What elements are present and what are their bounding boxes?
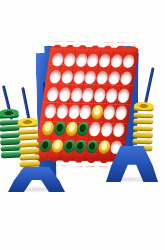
product-photo-giant-connect-four <box>0 0 165 250</box>
spare-green-disc <box>0 132 20 138</box>
empty-hole-r5c7 <box>112 123 125 137</box>
spare-yellow-disc <box>133 125 153 131</box>
empty-hole-r1c6 <box>110 54 123 68</box>
empty-hole-r3c4 <box>82 88 95 102</box>
empty-hole-r4c1 <box>44 105 57 119</box>
empty-hole-r5c6 <box>100 123 113 137</box>
green-disc-r6c4 <box>74 140 87 154</box>
empty-hole-r3c1 <box>47 87 60 101</box>
spare-yellow-disc <box>19 148 39 154</box>
spare-yellow-disc <box>20 161 40 167</box>
spare-yellow-disc <box>134 106 154 112</box>
empty-hole-r1c1 <box>52 53 65 67</box>
spare-yellow-disc <box>18 122 38 128</box>
board-grid <box>39 51 136 156</box>
green-disc-r5c2 <box>53 122 66 136</box>
spare-yellow-disc <box>133 132 153 138</box>
empty-hole-r3c6 <box>105 89 118 103</box>
empty-hole-r1c5 <box>98 54 111 68</box>
spare-yellow-disc <box>19 154 39 160</box>
yellow-disc-r5c3 <box>65 122 78 136</box>
spare-green-disc <box>1 152 21 158</box>
empty-hole-r5c5 <box>89 123 102 137</box>
empty-hole-r1c3 <box>75 54 88 68</box>
spare-yellow-disc <box>18 135 38 141</box>
spare-green-disc <box>0 139 20 145</box>
empty-hole-r2c4 <box>84 71 97 85</box>
empty-hole-r4c2 <box>56 105 69 119</box>
empty-hole-r2c3 <box>73 71 86 85</box>
spare-green-disc <box>0 113 19 119</box>
empty-hole-r2c7 <box>119 72 132 86</box>
spare-yellow-disc <box>132 139 152 145</box>
empty-hole-r2c1 <box>49 70 62 84</box>
empty-hole-r2c5 <box>96 71 109 85</box>
empty-hole-r3c2 <box>58 88 71 102</box>
spare-yellow-disc <box>133 112 153 118</box>
empty-hole-r1c2 <box>63 53 76 67</box>
empty-hole-r2c6 <box>108 71 121 85</box>
spare-green-disc <box>0 119 19 125</box>
green-disc-r6c5 <box>86 140 99 154</box>
empty-hole-r4c4 <box>79 105 92 119</box>
empty-hole-r1c4 <box>87 54 100 68</box>
game-board-panel <box>34 46 139 162</box>
yellow-disc-r5c1 <box>42 122 55 136</box>
empty-hole-r3c7 <box>117 89 130 103</box>
spare-yellow-disc <box>19 141 39 147</box>
green-disc-r5c4 <box>77 122 90 136</box>
empty-hole-r3c5 <box>93 88 106 102</box>
spare-green-disc <box>0 126 20 132</box>
yellow-disc-r6c2 <box>51 139 64 153</box>
empty-hole-r3c3 <box>70 88 83 102</box>
panel-scallop-top <box>51 41 139 50</box>
spare-yellow-disc <box>133 119 153 125</box>
green-disc-r6c1 <box>39 139 52 153</box>
yellow-disc-tray-right <box>132 106 154 153</box>
yellow-disc-r4c5 <box>91 106 104 120</box>
empty-hole-r1c7 <box>122 55 135 69</box>
spare-yellow-disc <box>18 128 38 134</box>
empty-hole-r4c7 <box>114 106 127 120</box>
yellow-disc-r6c6 <box>98 140 111 154</box>
empty-hole-r2c2 <box>61 70 74 84</box>
spare-green-disc <box>1 145 21 151</box>
green-disc-r6c3 <box>63 139 76 153</box>
empty-hole-r4c6 <box>103 106 116 120</box>
empty-hole-r4c3 <box>68 105 81 119</box>
